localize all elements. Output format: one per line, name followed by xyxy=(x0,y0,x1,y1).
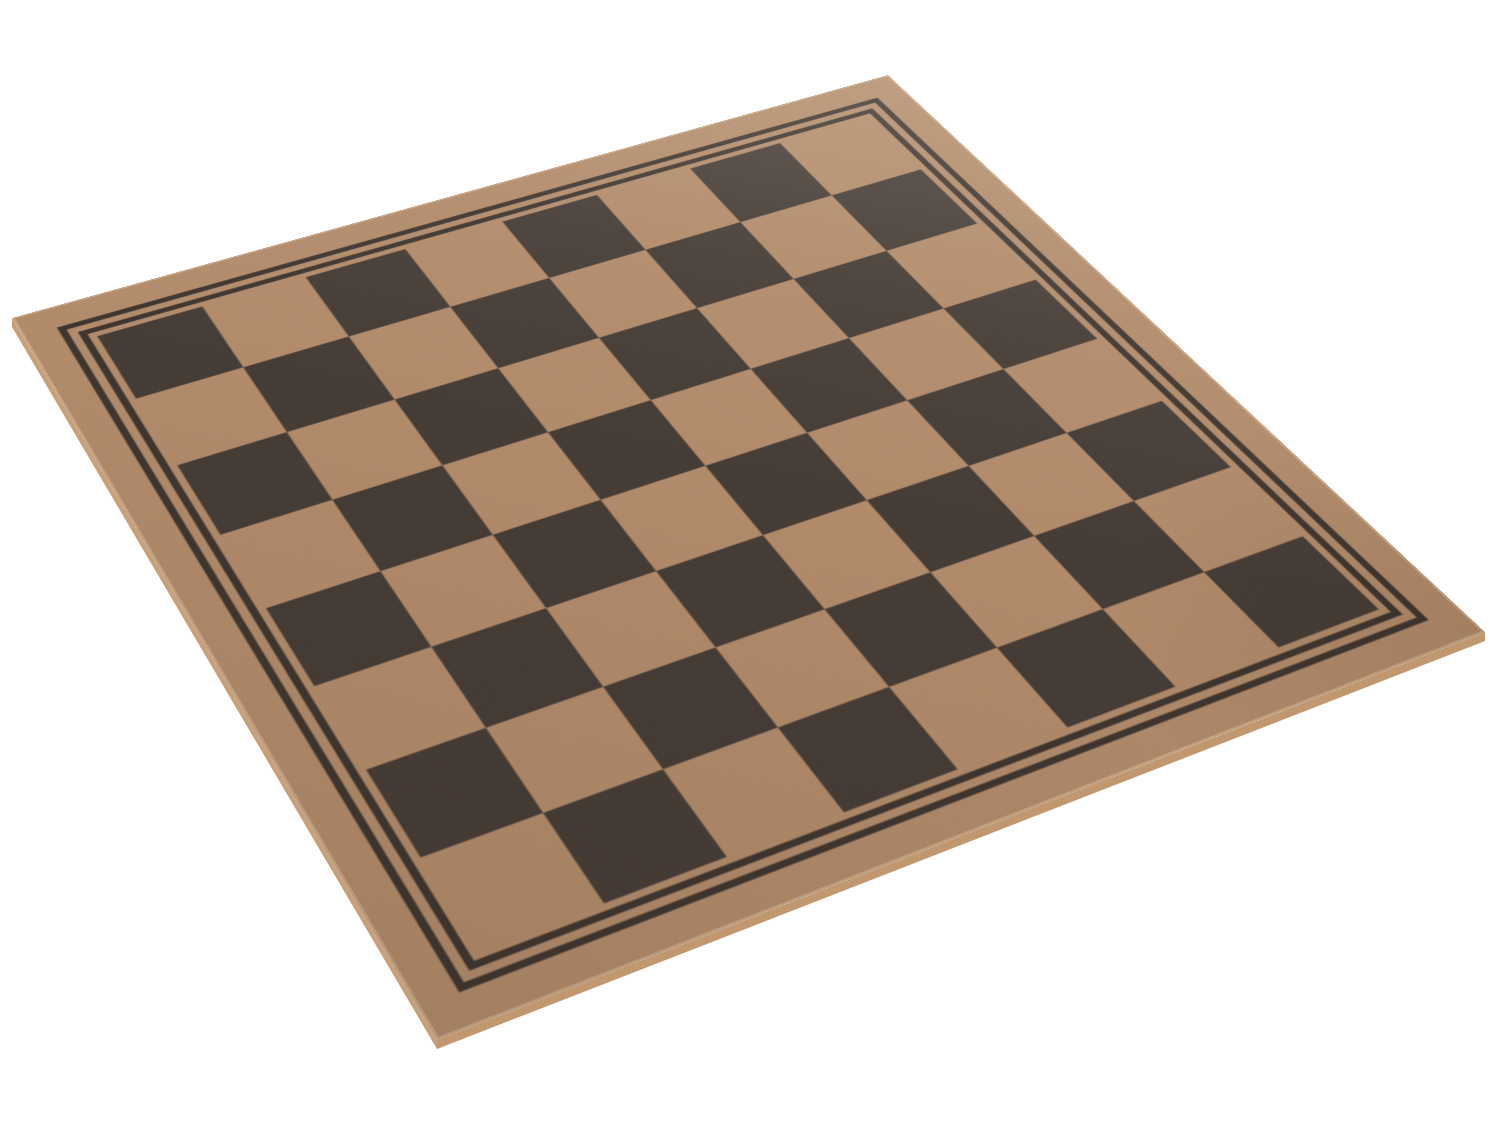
photo-background xyxy=(0,0,1500,1125)
